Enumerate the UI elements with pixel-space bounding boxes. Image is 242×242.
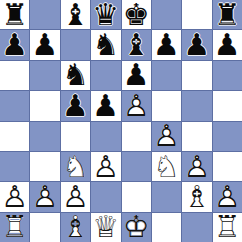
square-c6[interactable]: ♞ xyxy=(61,61,90,90)
black-pawn: ♟ xyxy=(122,61,151,90)
square-d7[interactable]: ♞ xyxy=(91,30,120,59)
black-queen: ♛ xyxy=(91,0,120,29)
square-g6[interactable] xyxy=(182,61,211,90)
white-pawn: ♟ xyxy=(61,182,90,211)
black-pawn: ♟ xyxy=(30,30,59,59)
square-b7[interactable]: ♟ xyxy=(30,30,59,59)
white-pawn: ♟ xyxy=(213,182,242,211)
square-g2[interactable]: ♝♗ xyxy=(182,182,211,211)
square-c8[interactable]: ♝ xyxy=(61,0,90,29)
black-pawn: ♟ xyxy=(182,30,211,59)
black-king: ♚ xyxy=(122,0,151,29)
white-pawn-outline: ♙ xyxy=(182,152,211,181)
square-e2[interactable] xyxy=(122,182,151,211)
white-pawn-outline: ♙ xyxy=(122,91,151,120)
square-h1[interactable]: ♜♖ xyxy=(213,213,242,242)
white-pawn-outline: ♙ xyxy=(30,182,59,211)
white-bishop-outline: ♗ xyxy=(182,182,211,211)
square-b1[interactable] xyxy=(30,213,59,242)
white-pawn: ♟ xyxy=(30,182,59,211)
square-h7[interactable]: ♟ xyxy=(213,30,242,59)
square-a6[interactable] xyxy=(0,61,29,90)
square-f5[interactable] xyxy=(152,91,181,120)
black-rook: ♜ xyxy=(213,0,242,29)
square-h3[interactable] xyxy=(213,152,242,181)
white-pawn: ♟ xyxy=(122,91,151,120)
square-h5[interactable] xyxy=(213,91,242,120)
square-d2[interactable] xyxy=(91,182,120,211)
square-e3[interactable] xyxy=(122,152,151,181)
black-bishop: ♝ xyxy=(61,0,90,29)
square-d6[interactable] xyxy=(91,61,120,90)
square-f6[interactable] xyxy=(152,61,181,90)
black-pawn: ♟ xyxy=(61,91,90,120)
square-f3[interactable]: ♞♘ xyxy=(152,152,181,181)
square-a3[interactable] xyxy=(0,152,29,181)
square-c1[interactable]: ♝♗ xyxy=(61,213,90,242)
square-g4[interactable] xyxy=(182,122,211,151)
square-e7[interactable]: ♝ xyxy=(122,30,151,59)
square-f2[interactable] xyxy=(152,182,181,211)
square-c7[interactable] xyxy=(61,30,90,59)
square-f8[interactable] xyxy=(152,0,181,29)
square-c2[interactable]: ♟♙ xyxy=(61,182,90,211)
square-c3[interactable]: ♞♘ xyxy=(61,152,90,181)
black-knight: ♞ xyxy=(91,30,120,59)
square-c5[interactable]: ♟ xyxy=(61,91,90,120)
black-pawn: ♟ xyxy=(91,91,120,120)
square-g7[interactable]: ♟ xyxy=(182,30,211,59)
square-e1[interactable]: ♚♔ xyxy=(122,213,151,242)
white-rook: ♜ xyxy=(0,213,29,242)
square-f7[interactable]: ♟ xyxy=(152,30,181,59)
white-knight: ♞ xyxy=(61,152,90,181)
square-d4[interactable] xyxy=(91,122,120,151)
square-h8[interactable]: ♜ xyxy=(213,0,242,29)
white-queen-outline: ♕ xyxy=(91,213,120,242)
square-c4[interactable] xyxy=(61,122,90,151)
square-g8[interactable] xyxy=(182,0,211,29)
white-knight: ♞ xyxy=(152,152,181,181)
black-rook: ♜ xyxy=(0,0,29,29)
black-knight: ♞ xyxy=(61,61,90,90)
white-rook-outline: ♖ xyxy=(213,213,242,242)
chess-board: ♜♝♛♚♜♟♟♞♝♟♟♟♞♟♟♟♟♙♟♙♞♘♟♙♞♘♟♙♟♙♟♙♟♙♝♗♟♙♜♖… xyxy=(0,0,242,242)
square-d8[interactable]: ♛ xyxy=(91,0,120,29)
white-pawn: ♟ xyxy=(152,122,181,151)
square-d1[interactable]: ♛♕ xyxy=(91,213,120,242)
white-knight-outline: ♘ xyxy=(61,152,90,181)
black-pawn: ♟ xyxy=(0,30,29,59)
white-queen: ♛ xyxy=(91,213,120,242)
white-knight-outline: ♘ xyxy=(152,152,181,181)
square-d5[interactable]: ♟ xyxy=(91,91,120,120)
square-e6[interactable]: ♟ xyxy=(122,61,151,90)
square-g1[interactable] xyxy=(182,213,211,242)
black-pawn: ♟ xyxy=(152,30,181,59)
white-rook: ♜ xyxy=(213,213,242,242)
white-pawn-outline: ♙ xyxy=(213,182,242,211)
square-h2[interactable]: ♟♙ xyxy=(213,182,242,211)
square-a5[interactable] xyxy=(0,91,29,120)
square-a1[interactable]: ♜♖ xyxy=(0,213,29,242)
white-bishop: ♝ xyxy=(182,182,211,211)
square-e4[interactable] xyxy=(122,122,151,151)
white-rook-outline: ♖ xyxy=(0,213,29,242)
square-a4[interactable] xyxy=(0,122,29,151)
square-b5[interactable] xyxy=(30,91,59,120)
black-pawn: ♟ xyxy=(213,30,242,59)
square-g5[interactable] xyxy=(182,91,211,120)
white-king-outline: ♔ xyxy=(122,213,151,242)
white-pawn: ♟ xyxy=(182,152,211,181)
square-f1[interactable] xyxy=(152,213,181,242)
white-pawn: ♟ xyxy=(91,152,120,181)
white-pawn-outline: ♙ xyxy=(61,182,90,211)
white-pawn-outline: ♙ xyxy=(0,182,29,211)
square-b4[interactable] xyxy=(30,122,59,151)
square-b2[interactable]: ♟♙ xyxy=(30,182,59,211)
white-king: ♚ xyxy=(122,213,151,242)
square-a7[interactable]: ♟ xyxy=(0,30,29,59)
square-b3[interactable] xyxy=(30,152,59,181)
white-pawn-outline: ♙ xyxy=(91,152,120,181)
square-h4[interactable] xyxy=(213,122,242,151)
square-e5[interactable]: ♟♙ xyxy=(122,91,151,120)
square-a8[interactable]: ♜ xyxy=(0,0,29,29)
black-bishop: ♝ xyxy=(122,30,151,59)
white-bishop: ♝ xyxy=(61,213,90,242)
square-f4[interactable]: ♟♙ xyxy=(152,122,181,151)
square-b8[interactable] xyxy=(30,0,59,29)
square-e8[interactable]: ♚ xyxy=(122,0,151,29)
white-bishop-outline: ♗ xyxy=(61,213,90,242)
square-a2[interactable]: ♟♙ xyxy=(0,182,29,211)
white-pawn: ♟ xyxy=(0,182,29,211)
square-g3[interactable]: ♟♙ xyxy=(182,152,211,181)
square-h6[interactable] xyxy=(213,61,242,90)
square-d3[interactable]: ♟♙ xyxy=(91,152,120,181)
square-b6[interactable] xyxy=(30,61,59,90)
white-pawn-outline: ♙ xyxy=(152,122,181,151)
